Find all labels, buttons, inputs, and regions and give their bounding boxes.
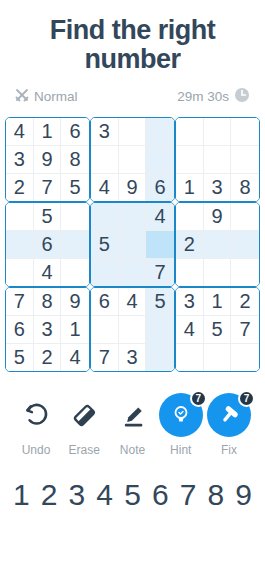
cell-r3c3[interactable]: 5 xyxy=(61,174,89,202)
cell-r8c3[interactable]: 1 xyxy=(61,316,89,344)
page-title: Find the right number xyxy=(20,16,245,74)
clock-icon xyxy=(234,87,250,106)
cell-r7c3[interactable]: 9 xyxy=(61,288,89,316)
cell-r3c8[interactable]: 3 xyxy=(204,174,232,202)
cell-r9c4[interactable]: 7 xyxy=(91,344,119,372)
cell-r8c2[interactable]: 3 xyxy=(34,316,62,344)
cell-r2c1[interactable]: 3 xyxy=(6,146,34,174)
cell-r8c4[interactable] xyxy=(91,316,119,344)
cell-r7c4[interactable]: 6 xyxy=(91,288,119,316)
cell-r1c2[interactable]: 1 xyxy=(34,118,62,146)
note-button[interactable]: Note xyxy=(110,393,156,457)
cell-r8c5[interactable] xyxy=(119,316,147,344)
undo-button[interactable]: Undo xyxy=(13,393,59,457)
box-6: 92 xyxy=(175,202,260,287)
cell-r4c9[interactable] xyxy=(231,203,259,231)
cell-r5c4[interactable]: 5 xyxy=(91,231,119,259)
cell-r2c6[interactable] xyxy=(146,146,174,174)
hammer-icon xyxy=(217,403,241,427)
erase-label: Erase xyxy=(69,443,100,457)
cell-r2c4[interactable] xyxy=(91,146,119,174)
cell-r4c2[interactable]: 5 xyxy=(34,203,62,231)
cell-r7c8[interactable]: 1 xyxy=(204,288,232,316)
cell-r6c4[interactable] xyxy=(91,259,119,287)
cell-r3c1[interactable]: 2 xyxy=(6,174,34,202)
cell-r5c2[interactable]: 6 xyxy=(34,231,62,259)
cell-r7c7[interactable]: 3 xyxy=(176,288,204,316)
fix-circle: 7 xyxy=(207,393,251,437)
box-7: 789631524 xyxy=(5,287,90,372)
cell-r6c6[interactable]: 7 xyxy=(146,259,174,287)
cell-r7c2[interactable]: 8 xyxy=(34,288,62,316)
cell-r3c7[interactable]: 1 xyxy=(176,174,204,202)
cell-r2c7[interactable] xyxy=(176,146,204,174)
cell-r8c8[interactable]: 5 xyxy=(204,316,232,344)
cell-r5c8[interactable] xyxy=(204,231,232,259)
cell-r7c1[interactable]: 7 xyxy=(6,288,34,316)
cell-r4c5[interactable] xyxy=(119,203,147,231)
cell-r3c2[interactable]: 7 xyxy=(34,174,62,202)
numpad-digit-8[interactable]: 8 xyxy=(207,480,224,510)
fix-button[interactable]: 7 Fix xyxy=(206,393,252,457)
numpad-digit-4[interactable]: 4 xyxy=(96,480,113,510)
cell-r5c3[interactable] xyxy=(61,231,89,259)
cell-r2c5[interactable] xyxy=(119,146,147,174)
pencil-icon xyxy=(119,393,147,437)
cell-r9c8[interactable] xyxy=(204,344,232,372)
eraser-icon xyxy=(70,393,98,437)
difficulty: Normal xyxy=(15,88,78,105)
cell-r9c1[interactable]: 5 xyxy=(6,344,34,372)
cell-r6c5[interactable] xyxy=(119,259,147,287)
difficulty-label: Normal xyxy=(34,89,78,104)
status-row: Normal 29m 30s xyxy=(0,87,265,106)
cell-r4c1[interactable] xyxy=(6,203,34,231)
box-1: 416398275 xyxy=(5,117,90,202)
numpad-digit-9[interactable]: 9 xyxy=(235,480,252,510)
lightbulb-icon xyxy=(169,403,193,427)
hint-button[interactable]: 7 Hint xyxy=(158,393,204,457)
cell-r5c1[interactable] xyxy=(6,231,34,259)
cell-r9c9[interactable] xyxy=(231,344,259,372)
cell-r7c9[interactable]: 2 xyxy=(231,288,259,316)
cell-r4c4[interactable] xyxy=(91,203,119,231)
cell-r5c6[interactable] xyxy=(146,231,174,259)
cell-r4c3[interactable] xyxy=(61,203,89,231)
cell-r6c2[interactable]: 4 xyxy=(34,259,62,287)
cell-r2c8[interactable] xyxy=(204,146,232,174)
undo-icon xyxy=(22,393,50,437)
numpad-digit-3[interactable]: 3 xyxy=(69,480,86,510)
box-3: 138 xyxy=(175,117,260,202)
box-2: 3496 xyxy=(90,117,175,202)
cell-r2c2[interactable]: 9 xyxy=(34,146,62,174)
numpad-digit-5[interactable]: 5 xyxy=(124,480,141,510)
box-9: 312457 xyxy=(175,287,260,372)
cell-r4c8[interactable]: 9 xyxy=(204,203,232,231)
hint-circle: 7 xyxy=(159,393,203,437)
cell-r5c5[interactable] xyxy=(119,231,147,259)
hint-label: Hint xyxy=(170,443,191,457)
cell-r1c3[interactable]: 6 xyxy=(61,118,89,146)
numpad-digit-1[interactable]: 1 xyxy=(13,480,30,510)
cell-r1c6[interactable] xyxy=(146,118,174,146)
toolbar: Undo Erase Note xyxy=(0,393,265,457)
cell-r4c7[interactable] xyxy=(176,203,204,231)
timer-value: 29m 30s xyxy=(177,89,229,104)
fix-badge: 7 xyxy=(238,390,255,407)
erase-button[interactable]: Erase xyxy=(61,393,107,457)
cell-r9c6[interactable] xyxy=(146,344,174,372)
cell-r6c1[interactable] xyxy=(6,259,34,287)
cell-r1c7[interactable] xyxy=(176,118,204,146)
fix-label: Fix xyxy=(221,443,237,457)
hint-badge: 7 xyxy=(190,390,207,407)
cell-r9c3[interactable]: 4 xyxy=(61,344,89,372)
numpad: 123456789 xyxy=(0,480,265,510)
box-4: 564 xyxy=(5,202,90,287)
cell-r1c1[interactable]: 4 xyxy=(6,118,34,146)
cell-r6c9[interactable] xyxy=(231,259,259,287)
cell-r8c1[interactable]: 6 xyxy=(6,316,34,344)
cell-r8c7[interactable]: 4 xyxy=(176,316,204,344)
cell-r4c6[interactable]: 4 xyxy=(146,203,174,231)
box-5: 457 xyxy=(90,202,175,287)
cell-r5c9[interactable] xyxy=(231,231,259,259)
numpad-digit-2[interactable]: 2 xyxy=(41,480,58,510)
numpad-digit-7[interactable]: 7 xyxy=(180,480,197,510)
cell-r7c5[interactable]: 4 xyxy=(119,288,147,316)
cell-r3c6[interactable]: 6 xyxy=(146,174,174,202)
cell-r6c8[interactable] xyxy=(204,259,232,287)
cell-r8c9[interactable]: 7 xyxy=(231,316,259,344)
timer: 29m 30s xyxy=(177,87,250,106)
sudoku-board: 4163982753496138564457927896315246457331… xyxy=(5,117,260,372)
cell-r1c5[interactable] xyxy=(119,118,147,146)
cell-r7c6[interactable]: 5 xyxy=(146,288,174,316)
cell-r6c7[interactable] xyxy=(176,259,204,287)
cell-r2c3[interactable]: 8 xyxy=(61,146,89,174)
cell-r5c7[interactable]: 2 xyxy=(176,231,204,259)
cell-r1c8[interactable] xyxy=(204,118,232,146)
cell-r1c9[interactable] xyxy=(231,118,259,146)
box-8: 64573 xyxy=(90,287,175,372)
cell-r1c4[interactable]: 3 xyxy=(91,118,119,146)
cell-r3c9[interactable]: 8 xyxy=(231,174,259,202)
numpad-digit-6[interactable]: 6 xyxy=(152,480,169,510)
crossed-swords-icon xyxy=(15,88,29,105)
cell-r8c6[interactable] xyxy=(146,316,174,344)
cell-r3c5[interactable]: 9 xyxy=(119,174,147,202)
cell-r2c9[interactable] xyxy=(231,146,259,174)
cell-r9c7[interactable] xyxy=(176,344,204,372)
cell-r9c5[interactable]: 3 xyxy=(119,344,147,372)
cell-r9c2[interactable]: 2 xyxy=(34,344,62,372)
cell-r3c4[interactable]: 4 xyxy=(91,174,119,202)
undo-label: Undo xyxy=(22,443,51,457)
note-label: Note xyxy=(120,443,145,457)
cell-r6c3[interactable] xyxy=(61,259,89,287)
